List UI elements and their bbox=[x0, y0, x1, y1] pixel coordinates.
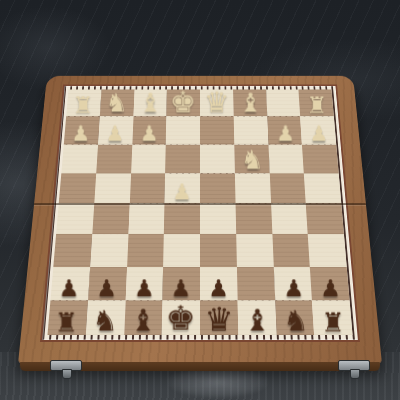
wooden-folding-chess-box: ♜♞♝♚♛♝♜♟♟♟♟♟♞♟♟♟♟♟♟♟♟♜♞♝♚♛♝♞♜ bbox=[18, 76, 382, 364]
black-knight-b8: ♞ bbox=[276, 307, 314, 336]
white-queen-d1: ♛ bbox=[200, 88, 233, 116]
square-g2: ♟ bbox=[98, 116, 133, 144]
square-h2: ♟ bbox=[64, 116, 100, 144]
square-c7 bbox=[237, 267, 275, 301]
white-pawn-h2: ♟ bbox=[64, 123, 98, 144]
square-b7: ♟ bbox=[273, 267, 312, 301]
square-b1 bbox=[266, 89, 301, 116]
white-king-e1: ♚ bbox=[167, 87, 200, 116]
square-f2: ♟ bbox=[132, 116, 167, 144]
scene: ♜♞♝♚♛♝♜♟♟♟♟♟♞♟♟♟♟♟♟♟♟♜♞♝♚♛♝♞♜ bbox=[0, 0, 400, 400]
white-pawn-f2: ♟ bbox=[132, 123, 166, 144]
square-g4 bbox=[94, 173, 131, 203]
square-a1: ♜ bbox=[299, 89, 334, 116]
board-fold-seam bbox=[34, 203, 366, 205]
square-d5 bbox=[200, 203, 236, 234]
square-f6 bbox=[127, 234, 164, 266]
square-d1: ♛ bbox=[200, 89, 233, 116]
square-a3 bbox=[302, 144, 339, 173]
square-a7: ♟ bbox=[310, 267, 350, 301]
square-d4 bbox=[200, 173, 235, 203]
square-b6 bbox=[272, 234, 310, 266]
square-e5 bbox=[164, 203, 200, 234]
square-f8: ♝ bbox=[124, 300, 163, 335]
square-a6 bbox=[308, 234, 347, 266]
square-g7: ♟ bbox=[88, 267, 127, 301]
square-e2 bbox=[166, 116, 200, 144]
square-b2: ♟ bbox=[267, 116, 302, 144]
square-e7: ♟ bbox=[163, 267, 200, 301]
black-queen-d8: ♛ bbox=[200, 303, 238, 335]
square-d2 bbox=[200, 116, 234, 144]
black-knight-g8: ♞ bbox=[86, 307, 124, 336]
square-e1: ♚ bbox=[167, 89, 200, 116]
square-d3 bbox=[200, 144, 235, 173]
square-f1: ♝ bbox=[133, 89, 167, 116]
square-c5 bbox=[235, 203, 272, 234]
white-knight-c3: ♞ bbox=[235, 147, 270, 173]
black-pawn-b7: ♟ bbox=[275, 277, 312, 300]
white-rook-h1: ♜ bbox=[66, 93, 99, 116]
square-c1: ♝ bbox=[233, 89, 267, 116]
square-h3 bbox=[61, 144, 98, 173]
square-g1: ♞ bbox=[100, 89, 135, 116]
square-e8: ♚ bbox=[162, 300, 200, 335]
square-h4 bbox=[59, 173, 96, 203]
square-e6 bbox=[163, 234, 200, 266]
square-c4 bbox=[235, 173, 271, 203]
black-bishop-c8: ♝ bbox=[238, 306, 276, 336]
square-f7: ♟ bbox=[125, 267, 163, 301]
square-h1: ♜ bbox=[66, 89, 101, 116]
square-f5 bbox=[128, 203, 165, 234]
black-pawn-a7: ♟ bbox=[312, 277, 349, 300]
square-b3 bbox=[268, 144, 304, 173]
square-c8: ♝ bbox=[237, 300, 276, 335]
square-e3 bbox=[165, 144, 200, 173]
square-b5 bbox=[271, 203, 308, 234]
square-d7: ♟ bbox=[200, 267, 237, 301]
black-rook-a8: ♜ bbox=[314, 308, 352, 335]
square-e4: ♟ bbox=[165, 173, 200, 203]
white-pawn-g2: ♟ bbox=[98, 123, 132, 144]
square-f3 bbox=[131, 144, 166, 173]
square-a4 bbox=[304, 173, 341, 203]
white-pawn-e4: ♟ bbox=[165, 181, 200, 203]
hinge-left bbox=[50, 360, 82, 371]
black-pawn-h7: ♟ bbox=[50, 277, 87, 300]
hinge-right bbox=[338, 360, 370, 371]
square-h8: ♜ bbox=[47, 300, 87, 335]
black-pawn-d7: ♟ bbox=[200, 277, 237, 300]
white-rook-a1: ♜ bbox=[300, 93, 333, 116]
square-d6 bbox=[200, 234, 237, 266]
square-c2 bbox=[233, 116, 268, 144]
white-knight-g1: ♞ bbox=[100, 91, 133, 116]
chess-board: ♜♞♝♚♛♝♜♟♟♟♟♟♞♟♟♟♟♟♟♟♟♜♞♝♚♛♝♞♜ bbox=[47, 89, 352, 335]
square-d8: ♛ bbox=[200, 300, 238, 335]
square-g6 bbox=[90, 234, 128, 266]
decorative-inlay-border: ♜♞♝♚♛♝♜♟♟♟♟♟♞♟♟♟♟♟♟♟♟♜♞♝♚♛♝♞♜ bbox=[40, 84, 360, 342]
white-bishop-c1: ♝ bbox=[233, 91, 266, 117]
black-pawn-f7: ♟ bbox=[125, 277, 162, 300]
square-a8: ♜ bbox=[312, 300, 352, 335]
square-g5 bbox=[92, 203, 129, 234]
square-f4 bbox=[129, 173, 165, 203]
square-a5 bbox=[306, 203, 344, 234]
white-bishop-f1: ♝ bbox=[133, 91, 166, 117]
white-pawn-b2: ♟ bbox=[268, 123, 302, 144]
black-king-e8: ♚ bbox=[162, 302, 200, 335]
square-g3 bbox=[96, 144, 132, 173]
square-a2: ♟ bbox=[300, 116, 336, 144]
square-g8: ♞ bbox=[86, 300, 126, 335]
square-b4 bbox=[269, 173, 306, 203]
square-h5 bbox=[56, 203, 94, 234]
square-h7: ♟ bbox=[50, 267, 90, 301]
black-bishop-f8: ♝ bbox=[124, 306, 162, 336]
black-rook-h8: ♜ bbox=[47, 308, 85, 335]
black-pawn-g7: ♟ bbox=[88, 277, 125, 300]
square-b8: ♞ bbox=[275, 300, 315, 335]
square-c6 bbox=[236, 234, 273, 266]
square-c3: ♞ bbox=[234, 144, 269, 173]
square-h6 bbox=[53, 234, 92, 266]
white-pawn-a2: ♟ bbox=[302, 123, 336, 144]
black-pawn-e7: ♟ bbox=[163, 277, 200, 300]
